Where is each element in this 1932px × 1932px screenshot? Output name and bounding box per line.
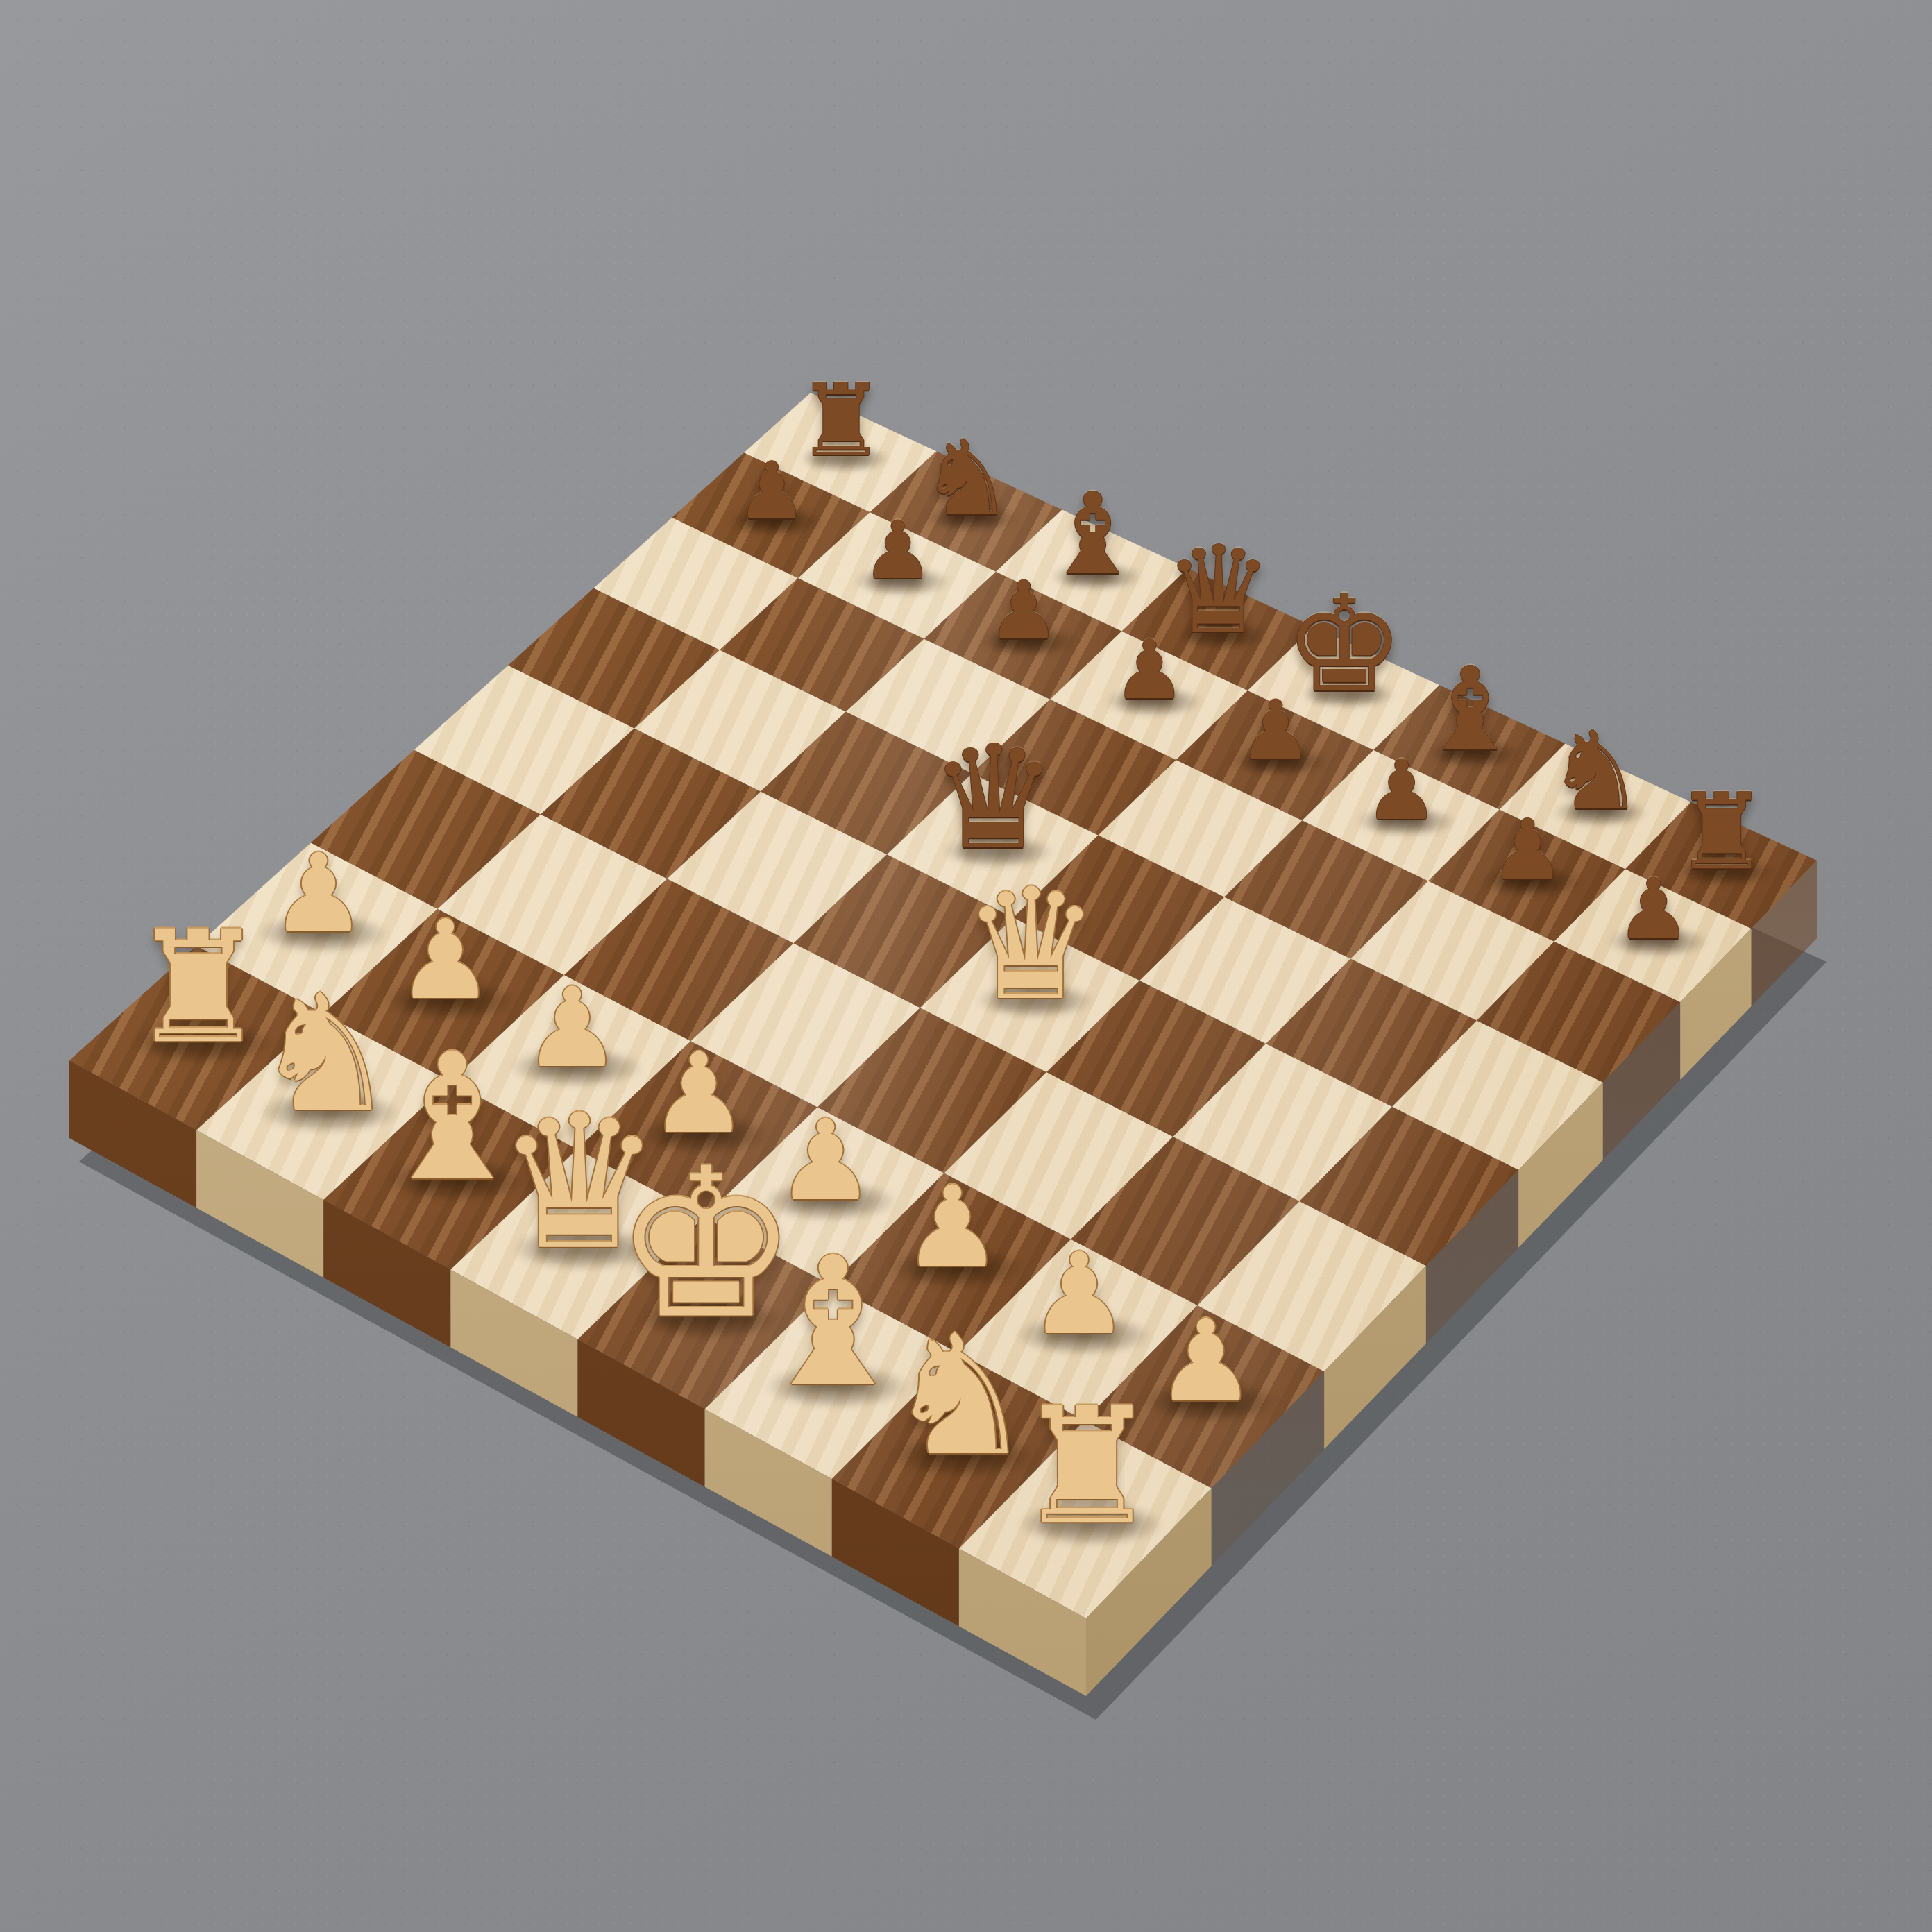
piece-black-pawn-b7[interactable]: ♟ [862,511,933,591]
piece-black-pawn-e7[interactable]: ♟ [1239,689,1312,771]
piece-black-pawn-c7[interactable]: ♟ [988,570,1060,651]
piece-black-pawn-d7[interactable]: ♟ [1113,629,1186,711]
piece-white-pawn-g2[interactable]: ♟ [1028,1238,1130,1350]
chessboard: ♜♞♝♛♚♝♞♜♟♟♟♟♟♟♟♟♛♛♟♟♟♟♟♟♟♟♜♞♝♛♚♝♞♜ [0,0,1932,1932]
piece-white-pawn-b2[interactable]: ♟ [396,906,494,1016]
piece-black-pawn-a7[interactable]: ♟ [736,451,808,530]
piece-black-knight-b8[interactable]: ♞ [920,426,1014,530]
piece-white-rook-a1[interactable]: ♜ [129,910,267,1065]
piece-black-pawn-f7[interactable]: ♟ [1364,749,1439,831]
photo-backdrop: ♜♞♝♛♚♝♞♜♟♟♟♟♟♟♟♟♛♛♟♟♟♟♟♟♟♟♜♞♝♛♚♝♞♜ [0,0,1932,1932]
piece-white-pawn-c2[interactable]: ♟ [523,973,621,1083]
piece-white-knight-g1[interactable]: ♞ [885,1313,1035,1479]
piece-black-queen-d5[interactable]: ♛ [929,727,1058,870]
piece-white-pawn-a2[interactable]: ♟ [270,840,368,949]
piece-white-queen-e4[interactable]: ♛ [962,867,1099,1021]
piece-white-pawn-f2[interactable]: ♟ [902,1172,1003,1284]
piece-black-rook-a8[interactable]: ♜ [797,371,885,471]
piece-black-pawn-h7[interactable]: ♟ [1616,867,1690,951]
piece-white-pawn-h2[interactable]: ♟ [1155,1305,1256,1418]
piece-black-pawn-g7[interactable]: ♟ [1490,808,1565,892]
piece-white-rook-h1[interactable]: ♜ [1015,1387,1159,1547]
